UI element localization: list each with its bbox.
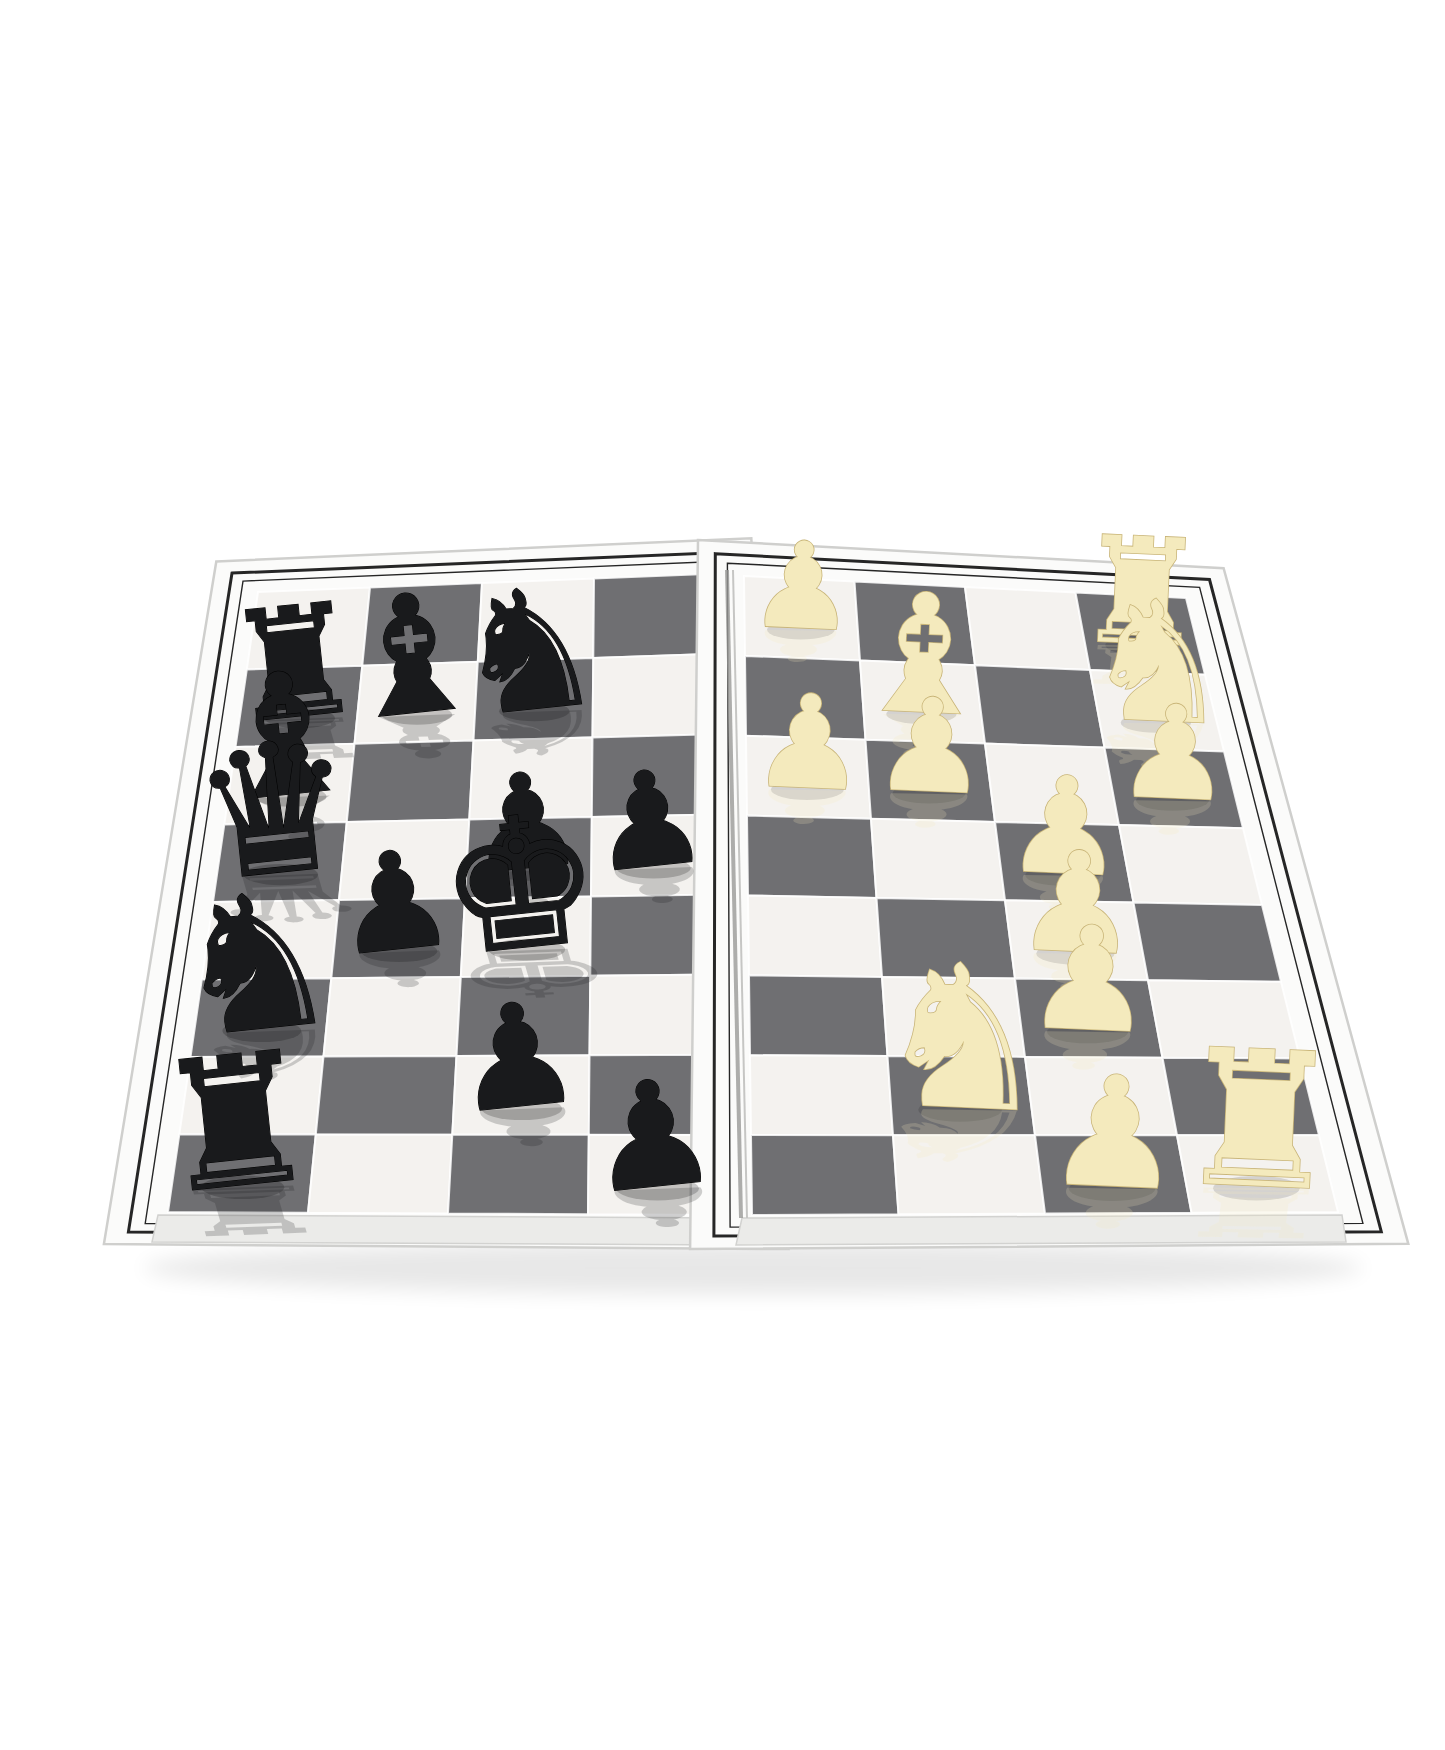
piece-black-rook-h8: ♜ bbox=[145, 1010, 327, 1235]
piece-black-knight-b6: ♞ bbox=[444, 547, 613, 756]
piece-black-pawn-g6: ♟ bbox=[444, 967, 589, 1146]
square-a5 bbox=[593, 574, 709, 658]
piece-white-pawn-c3: ♟ bbox=[870, 668, 992, 823]
piece-white-pawn-h2: ♟ bbox=[1042, 1041, 1187, 1225]
piece-black-king-e6: ♚ bbox=[428, 772, 612, 999]
piece-white-pawn-a4: ♟ bbox=[746, 514, 859, 658]
piece-black-pawn-h5: ♟ bbox=[578, 1044, 726, 1228]
piece-white-rook-h1: ♜ bbox=[1171, 1008, 1348, 1233]
piece-white-knight-g3: ♞ bbox=[869, 919, 1057, 1158]
square-h7 bbox=[308, 1135, 452, 1214]
piece-black-pawn-d5: ♟ bbox=[582, 738, 715, 903]
piece-white-pawn-c4: ♟ bbox=[748, 665, 870, 820]
piece-white-pawn-c1: ♟ bbox=[1113, 675, 1235, 830]
square-f4 bbox=[749, 975, 888, 1056]
product-photo-stage: ♟♟♜♜♜♜♝♝♞♞♝♝♞♞♝♝♟♟♟♟♟♟♛♛♟♟♟♟♟♟♟♟♚♚♟♟♞♞♟♟… bbox=[0, 0, 1445, 1750]
square-e4 bbox=[748, 896, 882, 978]
chess-board: ♟♟♜♜♜♜♝♝♞♞♝♝♞♞♝♝♟♟♟♟♟♟♛♛♟♟♟♟♟♟♟♟♚♚♟♟♞♞♟♟… bbox=[0, 0, 1445, 1750]
